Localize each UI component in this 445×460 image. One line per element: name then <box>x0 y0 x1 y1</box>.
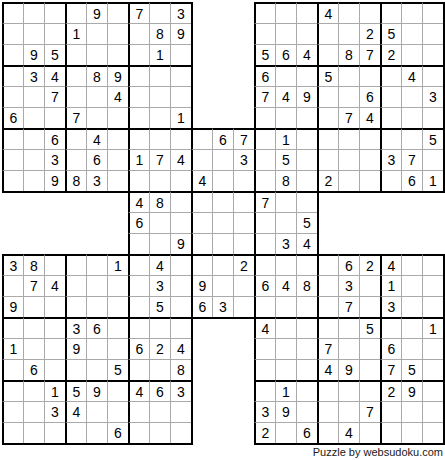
cell-r19c17[interactable] <box>338 380 359 401</box>
cell-r2c21[interactable] <box>422 23 443 44</box>
cell-r17c5[interactable] <box>86 338 107 359</box>
cell-r9c11[interactable] <box>212 170 233 191</box>
cell-r12c12[interactable] <box>233 233 254 254</box>
cell-r21c8[interactable] <box>149 422 170 443</box>
cell-r18c7[interactable] <box>128 359 149 380</box>
cell-r12c15: 4 <box>296 233 317 254</box>
cell-r6c21[interactable] <box>422 107 443 128</box>
cell-r19c16[interactable] <box>317 380 338 401</box>
cell-r18c3[interactable] <box>44 359 65 380</box>
cell-r17c15[interactable] <box>296 338 317 359</box>
cell-r7c8[interactable] <box>149 128 170 149</box>
cell-r12c7[interactable] <box>128 233 149 254</box>
cell-r21c18[interactable] <box>359 422 380 443</box>
cell-r7c16[interactable] <box>317 128 338 149</box>
cell-r10c10[interactable] <box>191 191 212 212</box>
cell-r7c11: 6 <box>212 128 233 149</box>
cell-r21c16[interactable] <box>317 422 338 443</box>
cell-r2c16[interactable] <box>317 23 338 44</box>
cell-r6c2[interactable] <box>23 107 44 128</box>
cell-r15c2[interactable] <box>23 296 44 317</box>
cell-r6c19[interactable] <box>380 107 401 128</box>
cell-r1c8[interactable] <box>149 2 170 23</box>
cell-r8c2[interactable] <box>23 149 44 170</box>
cell-r3c2: 9 <box>23 44 44 65</box>
cell-r20c15[interactable] <box>296 401 317 422</box>
cell-r3c4[interactable] <box>65 44 86 65</box>
cell-r18c21[interactable] <box>422 359 443 380</box>
cell-r20c8[interactable] <box>149 401 170 422</box>
cell-r11c13[interactable] <box>254 212 275 233</box>
cell-r15c18[interactable] <box>359 296 380 317</box>
cell-r13c19: 4 <box>380 254 401 275</box>
cell-r17c13[interactable] <box>254 338 275 359</box>
cell-r15c1: 9 <box>2 296 23 317</box>
cell-r9c6[interactable] <box>107 170 128 191</box>
cell-r1c9: 3 <box>170 2 191 23</box>
cell-r20c2[interactable] <box>23 401 44 422</box>
cell-r1c3[interactable] <box>44 2 65 23</box>
cell-r9c13[interactable] <box>254 170 275 191</box>
cell-r14c10: 9 <box>191 275 212 296</box>
cell-r17c2[interactable] <box>23 338 44 359</box>
cell-r14c21[interactable] <box>422 275 443 296</box>
cell-r15c8: 5 <box>149 296 170 317</box>
cell-r14c2: 7 <box>23 275 44 296</box>
cell-r20c6[interactable] <box>107 401 128 422</box>
cell-r12c10[interactable] <box>191 233 212 254</box>
cell-r3c16[interactable] <box>317 44 338 65</box>
cell-r6c6[interactable] <box>107 107 128 128</box>
cell-r9c19[interactable] <box>380 170 401 191</box>
cell-r18c20: 5 <box>401 359 422 380</box>
cell-r15c13[interactable] <box>254 296 275 317</box>
cell-r14c18[interactable] <box>359 275 380 296</box>
cell-r20c21[interactable] <box>422 401 443 422</box>
cell-r13c1: 3 <box>2 254 23 275</box>
cell-r13c3[interactable] <box>44 254 65 275</box>
cell-r13c11[interactable] <box>212 254 233 275</box>
cell-r9c7[interactable] <box>128 170 149 191</box>
cell-r9c2[interactable] <box>23 170 44 191</box>
cell-r5c16[interactable] <box>317 86 338 107</box>
cell-r16c14[interactable] <box>275 317 296 338</box>
cell-r1c20[interactable] <box>401 2 422 23</box>
cell-r17c18[interactable] <box>359 338 380 359</box>
cell-r15c10: 6 <box>191 296 212 317</box>
cell-r16c19[interactable] <box>380 317 401 338</box>
cell-r1c21[interactable] <box>422 2 443 23</box>
cell-r13c20[interactable] <box>401 254 422 275</box>
cell-r2c13[interactable] <box>254 23 275 44</box>
cell-r17c6[interactable] <box>107 338 128 359</box>
cell-r9c17[interactable] <box>338 170 359 191</box>
cell-r7c4[interactable] <box>65 128 86 149</box>
cell-r13c2: 8 <box>23 254 44 275</box>
cell-r8c6[interactable] <box>107 149 128 170</box>
cell-r17c9: 4 <box>170 338 191 359</box>
cell-r3c21[interactable] <box>422 44 443 65</box>
cell-r8c1[interactable] <box>2 149 23 170</box>
cell-r3c5[interactable] <box>86 44 107 65</box>
cell-r21c19[interactable] <box>380 422 401 443</box>
cell-r8c15[interactable] <box>296 149 317 170</box>
cell-r13c6: 1 <box>107 254 128 275</box>
cell-r7c5: 4 <box>86 128 107 149</box>
cell-r18c1[interactable] <box>2 359 23 380</box>
cell-r7c1[interactable] <box>2 128 23 149</box>
cell-r5c9[interactable] <box>170 86 191 107</box>
cell-r18c16: 4 <box>317 359 338 380</box>
cell-r8c8: 7 <box>149 149 170 170</box>
cell-r6c20[interactable] <box>401 107 422 128</box>
cell-r5c7[interactable] <box>128 86 149 107</box>
cell-r5c4[interactable] <box>65 86 86 107</box>
cell-r6c7[interactable] <box>128 107 149 128</box>
cell-r19c1[interactable] <box>2 380 23 401</box>
cell-r1c7: 7 <box>128 2 149 23</box>
cell-r4c8[interactable] <box>149 65 170 86</box>
cell-r9c15[interactable] <box>296 170 317 191</box>
cell-r4c18[interactable] <box>359 65 380 86</box>
cell-r1c18[interactable] <box>359 2 380 23</box>
cell-r4c16: 5 <box>317 65 338 86</box>
cell-r15c16[interactable] <box>317 296 338 317</box>
cell-r16c17[interactable] <box>338 317 359 338</box>
cell-r5c20[interactable] <box>401 86 422 107</box>
cell-r19c15[interactable] <box>296 380 317 401</box>
cell-r14c7[interactable] <box>128 275 149 296</box>
cell-r12c9: 9 <box>170 233 191 254</box>
cell-r18c19: 7 <box>380 359 401 380</box>
cell-r11c10[interactable] <box>191 212 212 233</box>
cell-r3c6[interactable] <box>107 44 128 65</box>
cell-r14c11[interactable] <box>212 275 233 296</box>
cell-r6c15[interactable] <box>296 107 317 128</box>
cell-r21c21[interactable] <box>422 422 443 443</box>
cell-r2c14[interactable] <box>275 23 296 44</box>
cell-r20c1[interactable] <box>2 401 23 422</box>
cell-r14c12[interactable] <box>233 275 254 296</box>
samurai-sudoku-page: 9731899513489746716436174983425564872654… <box>0 0 445 460</box>
cell-r13c5[interactable] <box>86 254 107 275</box>
cell-r10c9[interactable] <box>170 191 191 212</box>
cell-r21c7[interactable] <box>128 422 149 443</box>
cell-r21c4[interactable] <box>65 422 86 443</box>
cell-r7c20[interactable] <box>401 128 422 149</box>
cell-r17c14[interactable] <box>275 338 296 359</box>
cell-r6c5[interactable] <box>86 107 107 128</box>
cell-r2c6[interactable] <box>107 23 128 44</box>
cell-r18c14[interactable] <box>275 359 296 380</box>
cell-r4c7[interactable] <box>128 65 149 86</box>
cell-r7c13[interactable] <box>254 128 275 149</box>
cell-r2c18: 2 <box>359 23 380 44</box>
cell-r4c14[interactable] <box>275 65 296 86</box>
cell-r21c2[interactable] <box>23 422 44 443</box>
cell-r12c8[interactable] <box>149 233 170 254</box>
cell-r16c15[interactable] <box>296 317 317 338</box>
cell-r20c9[interactable] <box>170 401 191 422</box>
cell-r5c5[interactable] <box>86 86 107 107</box>
cell-r1c15[interactable] <box>296 2 317 23</box>
cell-r8c17[interactable] <box>338 149 359 170</box>
cell-r1c14[interactable] <box>275 2 296 23</box>
cell-r1c6[interactable] <box>107 2 128 23</box>
cell-r21c14[interactable] <box>275 422 296 443</box>
cell-r20c4: 4 <box>65 401 86 422</box>
cell-r21c1[interactable] <box>2 422 23 443</box>
cell-r4c21[interactable] <box>422 65 443 86</box>
cell-r19c14: 1 <box>275 380 296 401</box>
cell-r6c17: 7 <box>338 107 359 128</box>
cell-r4c6: 9 <box>107 65 128 86</box>
cell-r14c5[interactable] <box>86 275 107 296</box>
cell-r5c17[interactable] <box>338 86 359 107</box>
cell-r2c5[interactable] <box>86 23 107 44</box>
cell-r4c20: 4 <box>401 65 422 86</box>
cell-r9c18[interactable] <box>359 170 380 191</box>
cell-r7c19[interactable] <box>380 128 401 149</box>
cell-r13c16[interactable] <box>317 254 338 275</box>
cell-r16c16[interactable] <box>317 317 338 338</box>
cell-r9c1[interactable] <box>2 170 23 191</box>
cell-r13c14[interactable] <box>275 254 296 275</box>
cell-r11c8[interactable] <box>149 212 170 233</box>
cell-r11c9[interactable] <box>170 212 191 233</box>
grid-bottom-left: 3814743953619624658159463346 <box>2 254 193 445</box>
cell-r7c10[interactable] <box>191 128 212 149</box>
cell-r16c18: 5 <box>359 317 380 338</box>
cell-r4c1[interactable] <box>2 65 23 86</box>
cell-r15c7[interactable] <box>128 296 149 317</box>
cell-r13c7[interactable] <box>128 254 149 275</box>
cell-r20c16[interactable] <box>317 401 338 422</box>
cell-r21c6: 6 <box>107 422 128 443</box>
cell-r15c12[interactable] <box>233 296 254 317</box>
cell-r19c9: 3 <box>170 380 191 401</box>
cell-r14c6[interactable] <box>107 275 128 296</box>
cell-r20c7[interactable] <box>128 401 149 422</box>
cell-r21c20[interactable] <box>401 422 422 443</box>
cell-r6c8[interactable] <box>149 107 170 128</box>
cell-r13c9[interactable] <box>170 254 191 275</box>
cell-r15c6[interactable] <box>107 296 128 317</box>
cell-r16c8[interactable] <box>149 317 170 338</box>
cell-r7c15[interactable] <box>296 128 317 149</box>
cell-r14c20[interactable] <box>401 275 422 296</box>
cell-r6c9: 1 <box>170 107 191 128</box>
cell-r8c10[interactable] <box>191 149 212 170</box>
cell-r14c4[interactable] <box>65 275 86 296</box>
cell-r2c15[interactable] <box>296 23 317 44</box>
cell-r9c12[interactable] <box>233 170 254 191</box>
cell-r7c7[interactable] <box>128 128 149 149</box>
cell-r17c3[interactable] <box>44 338 65 359</box>
cell-r9c4: 8 <box>65 170 86 191</box>
cell-r11c12[interactable] <box>233 212 254 233</box>
cell-r5c2[interactable] <box>23 86 44 107</box>
cell-r15c9[interactable] <box>170 296 191 317</box>
cell-r13c15[interactable] <box>296 254 317 275</box>
cell-r10c14[interactable] <box>275 191 296 212</box>
cell-r18c15[interactable] <box>296 359 317 380</box>
cell-r3c7[interactable] <box>128 44 149 65</box>
cell-r15c14[interactable] <box>275 296 296 317</box>
cell-r13c21[interactable] <box>422 254 443 275</box>
cell-r16c9[interactable] <box>170 317 191 338</box>
cell-r17c20[interactable] <box>401 338 422 359</box>
cell-r19c5: 9 <box>86 380 107 401</box>
cell-r14c3: 4 <box>44 275 65 296</box>
cell-r2c3[interactable] <box>44 23 65 44</box>
cell-r5c18: 6 <box>359 86 380 107</box>
cell-r17c21[interactable] <box>422 338 443 359</box>
cell-r15c4[interactable] <box>65 296 86 317</box>
cell-r18c18[interactable] <box>359 359 380 380</box>
cell-r5c8[interactable] <box>149 86 170 107</box>
cell-r19c18[interactable] <box>359 380 380 401</box>
cell-r16c6[interactable] <box>107 317 128 338</box>
cell-r14c1[interactable] <box>2 275 23 296</box>
cell-r4c15[interactable] <box>296 65 317 86</box>
cell-r15c20[interactable] <box>401 296 422 317</box>
cell-r18c4[interactable] <box>65 359 86 380</box>
cell-r6c14[interactable] <box>275 107 296 128</box>
cell-r1c19[interactable] <box>380 2 401 23</box>
cell-r7c18[interactable] <box>359 128 380 149</box>
grid-bottom-right: 6246483173451764975129397264 <box>254 254 445 445</box>
cell-r13c4[interactable] <box>65 254 86 275</box>
cell-r20c19[interactable] <box>380 401 401 422</box>
cell-r7c9[interactable] <box>170 128 191 149</box>
cell-r8c11[interactable] <box>212 149 233 170</box>
cell-r11c11[interactable] <box>212 212 233 233</box>
cell-r4c19[interactable] <box>380 65 401 86</box>
cell-r16c2[interactable] <box>23 317 44 338</box>
cell-r15c3[interactable] <box>44 296 65 317</box>
cell-r7c2[interactable] <box>23 128 44 149</box>
cell-r16c7[interactable] <box>128 317 149 338</box>
cell-r13c13[interactable] <box>254 254 275 275</box>
cell-r8c21[interactable] <box>422 149 443 170</box>
cell-r9c10: 4 <box>191 170 212 191</box>
cell-r9c8[interactable] <box>149 170 170 191</box>
cell-r2c20[interactable] <box>401 23 422 44</box>
cell-r8c16[interactable] <box>317 149 338 170</box>
cell-r4c13: 6 <box>254 65 275 86</box>
cell-r4c3: 4 <box>44 65 65 86</box>
cell-r8c13[interactable] <box>254 149 275 170</box>
cell-r1c17[interactable] <box>338 2 359 23</box>
cell-r8c18[interactable] <box>359 149 380 170</box>
cell-r18c13[interactable] <box>254 359 275 380</box>
cell-r17c1: 1 <box>2 338 23 359</box>
cell-r10c12[interactable] <box>233 191 254 212</box>
cell-r17c7: 6 <box>128 338 149 359</box>
cell-r7c6[interactable] <box>107 128 128 149</box>
cell-r20c17[interactable] <box>338 401 359 422</box>
cell-r18c8[interactable] <box>149 359 170 380</box>
cell-r1c13[interactable] <box>254 2 275 23</box>
cell-r7c17[interactable] <box>338 128 359 149</box>
cell-r6c16[interactable] <box>317 107 338 128</box>
cell-r10c15[interactable] <box>296 191 317 212</box>
cell-r8c4[interactable] <box>65 149 86 170</box>
cell-r10c11[interactable] <box>212 191 233 212</box>
cell-r3c20[interactable] <box>401 44 422 65</box>
cell-r15c21[interactable] <box>422 296 443 317</box>
cell-r12c11[interactable] <box>212 233 233 254</box>
cell-r4c9[interactable] <box>170 65 191 86</box>
cell-r14c16[interactable] <box>317 275 338 296</box>
cell-r15c15[interactable] <box>296 296 317 317</box>
cell-r4c4[interactable] <box>65 65 86 86</box>
cell-r14c15: 8 <box>296 275 317 296</box>
cell-r9c5: 3 <box>86 170 107 191</box>
cell-r13c10[interactable] <box>191 254 212 275</box>
cell-r19c21[interactable] <box>422 380 443 401</box>
cell-r10c13: 7 <box>254 191 275 212</box>
cell-r11c15: 5 <box>296 212 317 233</box>
cell-r17c17[interactable] <box>338 338 359 359</box>
cell-r19c6[interactable] <box>107 380 128 401</box>
cell-r6c3[interactable] <box>44 107 65 128</box>
cell-r16c3[interactable] <box>44 317 65 338</box>
cell-r2c17[interactable] <box>338 23 359 44</box>
cell-r9c9[interactable] <box>170 170 191 191</box>
cell-r5c19[interactable] <box>380 86 401 107</box>
cell-r13c17: 6 <box>338 254 359 275</box>
cell-r16c1[interactable] <box>2 317 23 338</box>
cell-r19c2[interactable] <box>23 380 44 401</box>
cell-r21c3[interactable] <box>44 422 65 443</box>
cell-r16c5: 6 <box>86 317 107 338</box>
cell-r5c6: 4 <box>107 86 128 107</box>
cell-r1c2[interactable] <box>23 2 44 23</box>
cell-r8c19: 3 <box>380 149 401 170</box>
cell-r20c5[interactable] <box>86 401 107 422</box>
cell-r14c9[interactable] <box>170 275 191 296</box>
cell-r16c20[interactable] <box>401 317 422 338</box>
cell-r8c9: 4 <box>170 149 191 170</box>
cell-r20c18: 7 <box>359 401 380 422</box>
cell-r1c1[interactable] <box>2 2 23 23</box>
cell-r19c13[interactable] <box>254 380 275 401</box>
cell-r2c1[interactable] <box>2 23 23 44</box>
cell-r5c1[interactable] <box>2 86 23 107</box>
cell-r21c9[interactable] <box>170 422 191 443</box>
cell-r4c17[interactable] <box>338 65 359 86</box>
cell-r2c2[interactable] <box>23 23 44 44</box>
cell-r3c9[interactable] <box>170 44 191 65</box>
cell-r12c13[interactable] <box>254 233 275 254</box>
cell-r15c19: 3 <box>380 296 401 317</box>
cell-r21c5[interactable] <box>86 422 107 443</box>
cell-r16c4: 3 <box>65 317 86 338</box>
cell-r20c20[interactable] <box>401 401 422 422</box>
cell-r18c5[interactable] <box>86 359 107 380</box>
cell-r15c5[interactable] <box>86 296 107 317</box>
cell-r11c14[interactable] <box>275 212 296 233</box>
cell-r3c3: 5 <box>44 44 65 65</box>
cell-r6c13[interactable] <box>254 107 275 128</box>
cell-r1c4[interactable] <box>65 2 86 23</box>
cell-r21c15: 6 <box>296 422 317 443</box>
cell-r3c1[interactable] <box>2 44 23 65</box>
cell-r11c7: 6 <box>128 212 149 233</box>
cell-r2c7[interactable] <box>128 23 149 44</box>
